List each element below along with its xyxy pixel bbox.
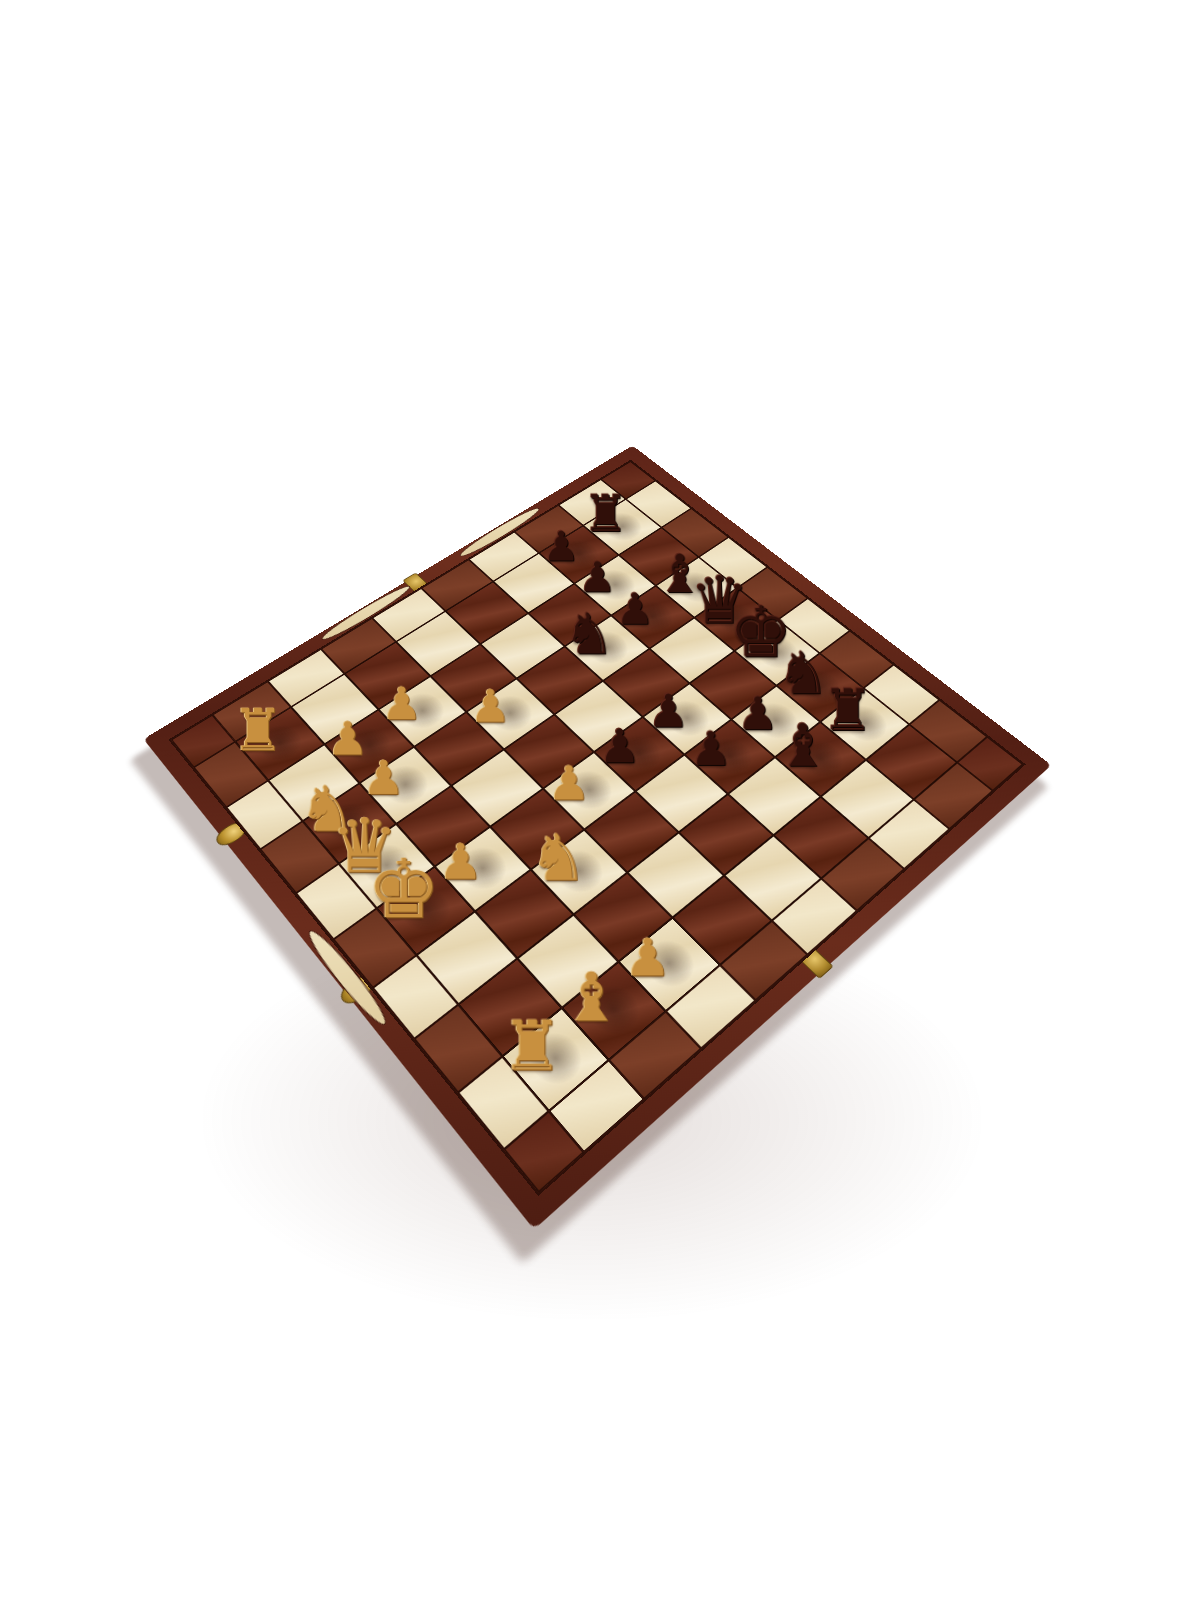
white-pawn-e4[interactable]: ♟	[548, 759, 591, 806]
white-knight-f3[interactable]: ♞	[529, 825, 587, 890]
chess-set-scene: ♜♝♛♚♞♜♟♟♟♟♝♞♟♟♟♟♟♟♞♟♟♟♟♝♜♞♛♚♜	[0, 310, 1192, 1310]
black-bishop-g7[interactable]: ♝	[777, 716, 830, 775]
white-pawn-c2[interactable]: ♟	[362, 754, 404, 801]
black-rook-g8[interactable]: ♜	[822, 681, 874, 738]
white-rook-a1[interactable]: ♜	[232, 701, 284, 759]
white-pawn-e2[interactable]: ♟	[438, 837, 482, 887]
product-photo-background: { "game": "chess", "scene_description": …	[0, 0, 1200, 1600]
rank-label-right-5	[772, 878, 857, 954]
white-pawn-b3[interactable]: ♟	[381, 681, 422, 726]
white-pawn-c4[interactable]: ♟	[470, 683, 511, 728]
black-pawn-f7[interactable]: ♟	[737, 691, 778, 737]
black-pawn-e6[interactable]: ♟	[648, 688, 689, 733]
white-bishop-h2[interactable]: ♝	[561, 963, 621, 1030]
black-pawn-f6[interactable]: ♟	[690, 726, 732, 772]
white-king-e1[interactable]: ♚	[367, 848, 440, 930]
black-pawn-b7[interactable]: ♟	[579, 556, 616, 598]
white-pawn-h3[interactable]: ♟	[624, 931, 671, 983]
black-pawn-c7[interactable]: ♟	[616, 588, 654, 631]
black-pawn-e5[interactable]: ♟	[599, 723, 641, 769]
black-knight-c6[interactable]: ♞	[564, 605, 615, 662]
black-pawn-a7[interactable]: ♟	[543, 526, 580, 567]
black-rook-a8[interactable]: ♜	[583, 488, 628, 539]
white-rook-h1[interactable]: ♜	[501, 1011, 563, 1080]
